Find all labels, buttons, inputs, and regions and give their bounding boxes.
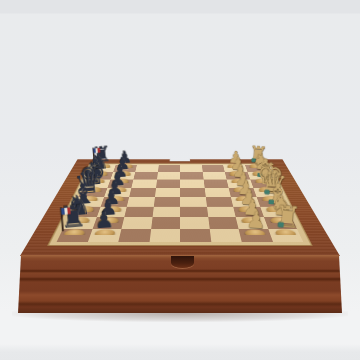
square bbox=[153, 197, 180, 207]
square bbox=[204, 188, 230, 197]
piece-glyph-P: ♟ bbox=[240, 208, 271, 232]
square bbox=[180, 180, 204, 188]
piece-right-P: ♟ bbox=[240, 200, 272, 237]
square bbox=[149, 229, 180, 242]
square bbox=[203, 180, 228, 188]
piece-left-P: ♟ bbox=[88, 200, 120, 237]
square bbox=[127, 197, 155, 207]
square bbox=[205, 197, 233, 207]
square bbox=[180, 197, 207, 207]
piece-glyph-P: ♟ bbox=[88, 208, 119, 232]
square bbox=[129, 188, 155, 197]
piece-left-R: ♜ bbox=[55, 183, 89, 237]
square bbox=[207, 206, 236, 217]
square bbox=[151, 217, 180, 229]
square bbox=[118, 229, 150, 242]
lid-back-notch bbox=[170, 159, 191, 162]
square bbox=[180, 165, 202, 172]
square bbox=[133, 172, 157, 180]
square bbox=[124, 206, 153, 217]
chess-set-scene: ♜♟♜♟♞♟♞♟♝♟♝♟♚♟♚♟♛♟♛♟♝♟♝♟♞♟♞♟♜♟♜♟ bbox=[0, 0, 360, 360]
square bbox=[155, 188, 180, 197]
square bbox=[180, 172, 203, 180]
square bbox=[180, 229, 211, 242]
tricolor-flag bbox=[61, 207, 71, 214]
square bbox=[180, 188, 205, 197]
square bbox=[209, 229, 241, 242]
square bbox=[180, 206, 208, 217]
square bbox=[158, 165, 180, 172]
teal-accent bbox=[277, 222, 283, 227]
square bbox=[202, 165, 225, 172]
piece-right-R: ♜ bbox=[270, 183, 304, 237]
square bbox=[208, 217, 239, 229]
square bbox=[156, 180, 180, 188]
square bbox=[157, 172, 180, 180]
drawer-finger-notch bbox=[171, 256, 194, 268]
piece-glyph-R: ♜ bbox=[271, 200, 304, 232]
square bbox=[202, 172, 226, 180]
square bbox=[135, 165, 158, 172]
square bbox=[180, 217, 209, 229]
square bbox=[121, 217, 152, 229]
board-top: ♜♟♜♟♞♟♞♟♝♟♝♟♚♟♚♟♛♟♛♟♝♟♝♟♞♟♞♟♜♟♜♟ bbox=[20, 159, 340, 256]
square bbox=[131, 180, 156, 188]
square bbox=[152, 206, 180, 217]
